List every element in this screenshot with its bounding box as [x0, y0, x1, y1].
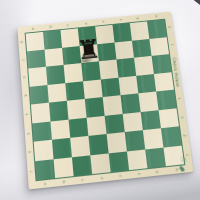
square-e2 [107, 132, 127, 153]
coordinate-label: 4 [177, 97, 181, 99]
square-a1 [35, 159, 55, 180]
square-b3 [50, 119, 70, 140]
square-d2 [88, 134, 108, 155]
coordinate-label: h [154, 15, 158, 17]
square-a6 [28, 67, 47, 87]
square-d4 [85, 97, 105, 117]
square-b8 [43, 30, 62, 49]
coordinate-label: g [136, 17, 140, 19]
square-f2 [125, 130, 145, 151]
square-f5 [118, 75, 138, 95]
square-f1 [127, 149, 148, 170]
coordinate-label: 8 [167, 26, 171, 28]
square-f3 [123, 112, 143, 132]
square-f6 [116, 58, 136, 78]
chess-board-mat: abcdefgh abcdefgh 87654321 87654321 ♜ Ch… [17, 12, 193, 190]
square-h4 [156, 90, 176, 110]
square-h7 [149, 37, 169, 56]
coordinate-label: 7 [170, 43, 174, 45]
coordinate-label: b [62, 181, 67, 184]
square-c2 [70, 136, 90, 157]
black-rook: ♜ [76, 36, 102, 64]
coordinate-label: 3 [180, 116, 185, 119]
square-b4 [49, 101, 69, 121]
coordinate-label: a [31, 28, 35, 30]
square-a4 [31, 103, 50, 123]
square-c6 [64, 63, 83, 83]
coordinate-label: 6 [172, 61, 176, 63]
coordinate-label: 5 [175, 79, 179, 81]
coordinate-label: 3 [26, 132, 30, 135]
square-e4 [103, 95, 123, 115]
square-c5 [65, 81, 85, 101]
square-g4 [138, 91, 158, 111]
coordinate-label: 1 [29, 170, 34, 173]
coordinate-label: c [81, 179, 86, 182]
square-g7 [132, 39, 152, 58]
square-f7 [114, 40, 134, 59]
square-c4 [67, 99, 87, 119]
coordinate-label: h [174, 168, 179, 171]
coordinate-label: b [49, 26, 53, 28]
coordinate-label: 8 [20, 41, 24, 43]
square-b2 [52, 138, 72, 159]
square-h2 [161, 126, 182, 147]
coordinate-label: g [156, 171, 161, 174]
square-a7 [27, 49, 46, 68]
square-d7: ♜ [80, 44, 99, 63]
square-h6 [152, 54, 172, 73]
coordinate-label: a [43, 183, 48, 186]
coordinate-label: e [118, 175, 123, 178]
square-e1 [109, 151, 129, 172]
square-h5 [154, 72, 174, 92]
coordinate-label: d [99, 177, 104, 180]
coordinate-label: d [84, 22, 88, 24]
square-f4 [121, 93, 141, 113]
coordinate-label: 2 [28, 151, 32, 154]
square-g3 [141, 110, 161, 130]
coordinate-label: f [119, 19, 123, 21]
square-a2 [34, 140, 54, 161]
square-d3 [87, 115, 107, 136]
coordinate-label: 1 [185, 154, 190, 157]
coordinate-label: f [137, 173, 142, 176]
coordinate-label: 7 [21, 58, 25, 60]
square-d1 [90, 153, 110, 174]
square-c3 [69, 117, 89, 138]
coordinate-label: 6 [22, 76, 26, 78]
square-d5 [83, 79, 103, 99]
square-a8 [26, 32, 45, 51]
square-a5 [30, 85, 49, 105]
square-b7 [44, 47, 63, 66]
coordinate-label: e [101, 20, 105, 22]
coordinate-label: 2 [183, 135, 188, 138]
coordinate-label: 5 [24, 95, 28, 97]
square-g5 [136, 74, 156, 94]
playing-area: ♜ [25, 19, 186, 182]
coordinate-label: 4 [25, 113, 29, 115]
square-e5 [101, 77, 121, 97]
square-a3 [32, 121, 52, 142]
square-g6 [134, 56, 154, 75]
square-g1 [145, 147, 166, 168]
square-b1 [54, 157, 74, 178]
coordinate-label: c [66, 24, 70, 26]
square-c1 [72, 155, 92, 176]
square-f8 [112, 23, 131, 42]
board-grid: ♜ [26, 20, 185, 180]
square-b5 [47, 83, 66, 103]
square-e3 [105, 113, 125, 133]
square-b6 [46, 65, 65, 85]
square-h3 [159, 108, 179, 128]
square-g2 [143, 128, 164, 149]
square-g8 [130, 21, 149, 40]
square-h8 [147, 20, 167, 39]
